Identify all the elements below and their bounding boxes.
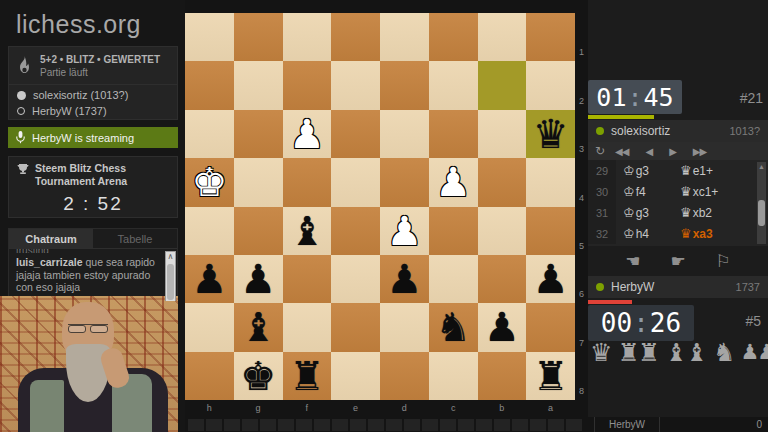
square-g1[interactable]	[234, 13, 283, 61]
bottom-game-rank: #5	[745, 313, 761, 329]
square-d5[interactable]: ♟	[380, 207, 429, 255]
streaming-banner[interactable]: HerbyW is streaming	[8, 127, 178, 148]
bottom-bar-slot	[350, 419, 366, 431]
streaming-banner-label: HerbyW is streaming	[32, 132, 134, 144]
square-b4[interactable]	[478, 158, 527, 206]
bottom-status-bar: HerbyW 0	[185, 417, 768, 432]
square-e8[interactable]	[331, 352, 380, 400]
piece-bR-f8[interactable]: ♜	[289, 356, 325, 396]
resign-flag-icon[interactable]: ⚐	[716, 251, 731, 272]
square-d7[interactable]	[380, 303, 429, 351]
move-list: 29♔g3♛e1+30♔f4♛xc1+31♔g3♛xb232♔h4♛xa3	[588, 160, 768, 246]
microphone-icon	[16, 131, 25, 144]
bottom-bar-slot	[494, 419, 510, 431]
square-d8[interactable]	[380, 352, 429, 400]
time-control-label: 5+2 • BLITZ • GEWERTET	[40, 53, 160, 66]
player-name: solexisortiz	[611, 124, 670, 138]
chat-messages[interactable]: trusting luis_carrizale que sea rapido j…	[9, 249, 177, 302]
file-label-g: g	[234, 400, 283, 414]
square-a1[interactable]	[526, 13, 575, 61]
piece-bR-a8[interactable]: ♜	[533, 356, 569, 396]
rank-coordinates: 12345678	[575, 13, 588, 400]
black-move[interactable]: ♛xb2	[680, 205, 768, 220]
flip-board-icon[interactable]: ↻	[588, 144, 615, 158]
piece-wP-c4[interactable]: ♟	[435, 162, 471, 202]
square-f2[interactable]	[283, 61, 332, 109]
piece-wP-d5[interactable]: ♟	[386, 211, 422, 251]
square-e7[interactable]	[331, 303, 380, 351]
takeback-hand-icon[interactable]: ☚	[625, 251, 640, 272]
square-f3[interactable]: ♟	[283, 110, 332, 158]
square-f5[interactable]: ♝	[283, 207, 332, 255]
square-a2[interactable]	[526, 61, 575, 109]
square-c2[interactable]	[429, 61, 478, 109]
square-a5[interactable]	[526, 207, 575, 255]
bottom-bar-slot	[458, 419, 474, 431]
move-number: 31	[588, 202, 616, 223]
black-time-bar	[588, 115, 654, 119]
chat-scrollbar[interactable]: ∧	[165, 251, 176, 302]
square-b5[interactable]	[478, 207, 527, 255]
rank-label-5: 5	[575, 207, 588, 255]
move-scrollbar-thumb[interactable]	[758, 200, 765, 226]
square-f8[interactable]: ♜	[283, 352, 332, 400]
black-move[interactable]: ♛e1+	[680, 163, 768, 178]
white-time-bar	[588, 300, 632, 304]
square-c7[interactable]: ♞	[429, 303, 478, 351]
top-game-rank: #21	[740, 90, 763, 106]
file-label-f: f	[283, 400, 332, 414]
bottom-bar-player-label[interactable]: HerbyW	[594, 417, 660, 432]
square-e4[interactable]	[331, 158, 380, 206]
square-e1[interactable]	[331, 13, 380, 61]
square-h4[interactable]: ♚	[185, 158, 234, 206]
square-h6[interactable]: ♟	[185, 255, 234, 303]
bottom-bar-slot	[422, 419, 438, 431]
rank-label-6: 6	[575, 255, 588, 303]
square-g6[interactable]: ♟	[234, 255, 283, 303]
nav-last-icon[interactable]: ▶▶	[693, 146, 706, 157]
square-a3[interactable]: ♛	[526, 110, 575, 158]
piece-bN-c7[interactable]: ♞	[435, 307, 471, 347]
webcam-video	[0, 296, 178, 432]
game-status-label: Partie läuft	[40, 66, 160, 79]
rank-label-7: 7	[575, 303, 588, 351]
move-row-31: 31♔g3♛xb2	[588, 202, 768, 223]
square-b7[interactable]: ♟	[478, 303, 527, 351]
white-move[interactable]: ♔g3	[616, 205, 680, 220]
left-sidebar: lichess.org 5+2 • BLITZ • GEWERTET Parti…	[0, 0, 185, 432]
square-e5[interactable]	[331, 207, 380, 255]
online-dot-icon	[596, 127, 604, 135]
bottom-bar-slot	[188, 419, 204, 431]
nav-first-icon[interactable]: ◀◀	[615, 146, 628, 157]
bottom-bar-slot	[296, 419, 312, 431]
square-c6[interactable]	[429, 255, 478, 303]
blitz-flame-icon	[17, 56, 32, 76]
square-g2[interactable]	[234, 61, 283, 109]
piece-bB-f5[interactable]: ♝	[289, 211, 325, 251]
square-b8[interactable]	[478, 352, 527, 400]
square-h8[interactable]	[185, 352, 234, 400]
square-e2[interactable]	[331, 61, 380, 109]
square-a6[interactable]: ♟	[526, 255, 575, 303]
piece-bP-d6[interactable]: ♟	[386, 259, 422, 299]
file-label-b: b	[478, 400, 527, 414]
square-h1[interactable]	[185, 13, 234, 61]
move-row-32: 32♔h4♛xa3	[588, 223, 768, 244]
square-d2[interactable]	[380, 61, 429, 109]
captured-piece-group: ♞	[713, 338, 733, 367]
square-c3[interactable]	[429, 110, 478, 158]
scroll-up-icon[interactable]: ▲	[757, 162, 766, 171]
square-e3[interactable]	[331, 110, 380, 158]
white-move[interactable]: ♔f4	[616, 184, 680, 199]
player-name: HerbyW	[611, 280, 654, 294]
white-player-color-icon	[17, 91, 26, 100]
square-c5[interactable]	[429, 207, 478, 255]
piece-wK-h4[interactable]: ♚	[191, 162, 227, 202]
chat-scrollbar-thumb[interactable]	[167, 264, 174, 300]
piece-bK-g8[interactable]: ♚	[240, 356, 276, 396]
black-move-current[interactable]: ♛xa3	[680, 226, 768, 241]
captured-piece-group: ♟♟	[741, 340, 768, 364]
bottom-bar-slot	[530, 419, 546, 431]
scroll-up-icon[interactable]: ∧	[166, 252, 175, 261]
piece-bP-g6[interactable]: ♟	[240, 259, 276, 299]
square-b1[interactable]	[478, 13, 527, 61]
square-d6[interactable]: ♟	[380, 255, 429, 303]
bottom-bar-slot	[476, 419, 492, 431]
tournament-panel[interactable]: Steem Blitz Chess Tournament Arena 2 : 5…	[8, 156, 178, 218]
square-b3[interactable]	[478, 110, 527, 158]
piece-bQ-a3[interactable]: ♛	[533, 114, 569, 154]
piece-bP-a6[interactable]: ♟	[533, 259, 569, 299]
square-g4[interactable]	[234, 158, 283, 206]
captured-piece-group: ♜♜	[617, 338, 658, 367]
white-player-row[interactable]: solexisortiz (1013?)	[9, 85, 177, 103]
piece-bP-h6[interactable]: ♟	[191, 259, 227, 299]
chess-board: ♟♛♚♟♝♟♟♟♟♟♝♞♟♚♜♜	[185, 13, 575, 400]
game-info-panel: 5+2 • BLITZ • GEWERTET Partie läuft sole…	[8, 46, 178, 120]
square-g8[interactable]: ♚	[234, 352, 283, 400]
black-clock: 01:45	[588, 80, 682, 114]
draw-offer-hand-icon[interactable]: ☛	[670, 251, 685, 272]
square-f4[interactable]	[283, 158, 332, 206]
square-h7[interactable]	[185, 303, 234, 351]
white-player-label: solexisortiz (1013?)	[33, 89, 128, 101]
piece-bB-g7[interactable]: ♝	[240, 307, 276, 347]
streamer-glasses	[68, 324, 108, 333]
square-c8[interactable]	[429, 352, 478, 400]
file-label-a: a	[526, 400, 575, 414]
move-row-30: 30♔f4♛xc1+	[588, 181, 768, 202]
board-zone: ♟♛♚♟♝♟♟♟♟♟♝♞♟♚♜♜ hgfedcba 12345678	[185, 0, 588, 432]
online-dot-icon	[596, 283, 604, 291]
square-a7[interactable]	[526, 303, 575, 351]
bottom-bar-slot	[368, 419, 384, 431]
bottom-bar-slot	[314, 419, 330, 431]
site-title: lichess.org	[0, 0, 185, 45]
rank-label-2: 2	[575, 61, 588, 109]
chat-clipped-line: trusting	[16, 249, 163, 253]
nav-next-icon[interactable]: ▶	[669, 146, 676, 157]
square-c4[interactable]: ♟	[429, 158, 478, 206]
streamer-vest	[30, 380, 64, 432]
square-g5[interactable]	[234, 207, 283, 255]
square-h5[interactable]	[185, 207, 234, 255]
rank-label-4: 4	[575, 158, 588, 206]
bottom-bar-slot	[260, 419, 276, 431]
file-label-d: d	[380, 400, 429, 414]
bottom-bar-slot	[512, 419, 528, 431]
piece-wP-f3[interactable]: ♟	[289, 114, 325, 154]
white-move[interactable]: ♔h4	[616, 226, 680, 241]
captured-piece-group: ♝♝	[665, 338, 706, 367]
player-rating: 1013?	[729, 125, 760, 137]
black-player-row[interactable]: HerbyW (1737)	[9, 103, 177, 119]
square-h2[interactable]	[185, 61, 234, 109]
rank-label-1: 1	[575, 13, 588, 61]
tab-chatraum[interactable]: Chatraum	[9, 229, 93, 248]
black-player-label: HerbyW (1737)	[32, 105, 107, 117]
game-side-panel: 01:45 #21 solexisortiz 1013? ↻ ◀◀ ◀ ▶ ▶▶…	[588, 0, 768, 432]
bottom-bar-slot	[386, 419, 402, 431]
black-player-color-icon	[17, 107, 25, 115]
square-a4[interactable]	[526, 158, 575, 206]
square-a8[interactable]: ♜	[526, 352, 575, 400]
square-d3[interactable]	[380, 110, 429, 158]
square-d1[interactable]	[380, 13, 429, 61]
file-label-e: e	[331, 400, 380, 414]
bottom-bar-slot	[548, 419, 564, 431]
move-nav-bar: ↻ ◀◀ ◀ ▶ ▶▶	[588, 142, 768, 160]
bottom-bar-slot	[224, 419, 240, 431]
bottom-bar-slot	[404, 419, 420, 431]
tab-tabelle[interactable]: Tabelle	[93, 229, 177, 248]
square-b2[interactable]	[478, 61, 527, 109]
nav-prev-icon[interactable]: ◀	[645, 146, 652, 157]
captured-piece-group: ♛	[590, 338, 610, 367]
chat-username: luis_carrizale	[16, 256, 83, 268]
file-label-h: h	[185, 400, 234, 414]
square-g7[interactable]: ♝	[234, 303, 283, 351]
move-row-29: 29♔g3♛e1+	[588, 160, 768, 181]
player-row-solexisortiz[interactable]: solexisortiz 1013?	[588, 120, 768, 142]
square-h3[interactable]	[185, 110, 234, 158]
stream-frame: lichess.org 5+2 • BLITZ • GEWERTET Parti…	[0, 0, 768, 432]
file-coordinates: hgfedcba	[185, 400, 575, 414]
bottom-bar-slot	[206, 419, 222, 431]
black-move[interactable]: ♛xc1+	[680, 184, 768, 199]
square-f1[interactable]	[283, 13, 332, 61]
bottom-bar-slot	[332, 419, 348, 431]
captured-pieces-tray: ♛♜♜♝♝♞♟♟+30	[590, 336, 768, 368]
bottom-bar-slots	[185, 419, 582, 431]
rank-label-8: 8	[575, 352, 588, 400]
file-label-c: c	[429, 400, 478, 414]
piece-bP-b7[interactable]: ♟	[484, 307, 520, 347]
square-f6[interactable]	[283, 255, 332, 303]
trophy-icon	[17, 163, 29, 175]
chat-message: luis_carrizale que sea rapido jajaja tam…	[16, 256, 163, 294]
square-d4[interactable]	[380, 158, 429, 206]
move-list-scrollbar[interactable]: ▲	[757, 162, 766, 244]
square-c1[interactable]	[429, 13, 478, 61]
square-g3[interactable]	[234, 110, 283, 158]
move-number: 32	[588, 223, 616, 244]
move-number: 30	[588, 181, 616, 202]
square-e6[interactable]	[331, 255, 380, 303]
bottom-bar-slot	[566, 419, 582, 431]
square-b6[interactable]	[478, 255, 527, 303]
player-rating: 1737	[736, 281, 760, 293]
square-f7[interactable]	[283, 303, 332, 351]
bottom-bar-score: 0	[756, 419, 768, 430]
chat-panel: Chatraum Tabelle trusting luis_carrizale…	[8, 228, 178, 302]
bottom-bar-slot	[278, 419, 294, 431]
bottom-bar-slot	[440, 419, 456, 431]
rank-label-3: 3	[575, 110, 588, 158]
white-move[interactable]: ♔g3	[616, 163, 680, 178]
tournament-name: Steem Blitz Chess Tournament Arena	[35, 162, 171, 188]
bottom-bar-slot	[242, 419, 258, 431]
player-row-herbyw[interactable]: HerbyW 1737	[588, 276, 768, 298]
game-action-bar: ☚ ☛ ⚐	[588, 248, 768, 274]
tournament-clock: 2 : 52	[9, 190, 177, 215]
move-number: 29	[588, 160, 616, 181]
